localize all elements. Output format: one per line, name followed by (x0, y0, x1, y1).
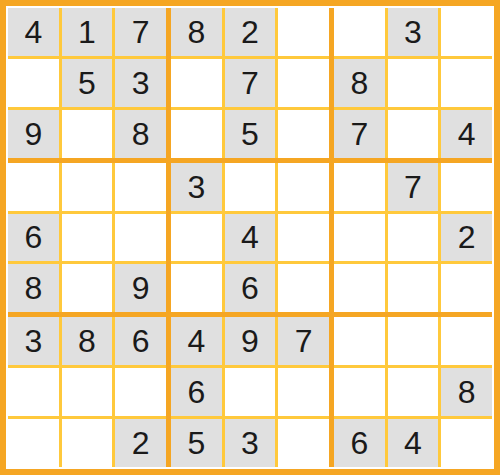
cell-r5c7[interactable] (334, 214, 385, 262)
cell-r7c4: 4 (171, 317, 222, 365)
cell-r1c2: 1 (62, 8, 113, 56)
cell-r4c8: 7 (388, 163, 439, 211)
cell-r9c4: 5 (171, 419, 222, 467)
block-7: 3862 (8, 317, 166, 467)
cell-r9c9[interactable] (441, 419, 492, 467)
cell-r2c2: 5 (62, 59, 113, 107)
cell-r5c4[interactable] (171, 214, 222, 262)
cell-r3c7: 7 (334, 110, 385, 158)
cell-r5c9: 2 (441, 214, 492, 262)
cell-r9c6[interactable] (278, 419, 329, 467)
cell-r7c2: 8 (62, 317, 113, 365)
cell-r1c6[interactable] (278, 8, 329, 56)
cell-r6c9[interactable] (441, 264, 492, 312)
cell-r7c6: 7 (278, 317, 329, 365)
cell-r9c8: 4 (388, 419, 439, 467)
cell-r8c2[interactable] (62, 368, 113, 416)
cell-r3c2[interactable] (62, 110, 113, 158)
cell-r1c9[interactable] (441, 8, 492, 56)
block-3: 3874 (334, 8, 492, 158)
cell-r8c5[interactable] (225, 368, 276, 416)
cell-r7c8[interactable] (388, 317, 439, 365)
cell-r3c6[interactable] (278, 110, 329, 158)
cell-r2c1[interactable] (8, 59, 59, 107)
cell-r9c3: 2 (115, 419, 166, 467)
cell-r4c1[interactable] (8, 163, 59, 211)
cell-r6c7[interactable] (334, 264, 385, 312)
cell-r5c5: 4 (225, 214, 276, 262)
cell-r2c6[interactable] (278, 59, 329, 107)
cell-r6c5: 6 (225, 264, 276, 312)
cell-r6c4[interactable] (171, 264, 222, 312)
cell-r9c7: 6 (334, 419, 385, 467)
cell-r3c8[interactable] (388, 110, 439, 158)
cell-r8c1[interactable] (8, 368, 59, 416)
cell-r9c1[interactable] (8, 419, 59, 467)
cell-r5c1: 6 (8, 214, 59, 262)
cell-r2c8[interactable] (388, 59, 439, 107)
cell-r6c8[interactable] (388, 264, 439, 312)
cell-r8c8[interactable] (388, 368, 439, 416)
cell-r2c7: 8 (334, 59, 385, 107)
cell-r8c9: 8 (441, 368, 492, 416)
cell-r7c1: 3 (8, 317, 59, 365)
cell-r8c3[interactable] (115, 368, 166, 416)
cell-r4c5[interactable] (225, 163, 276, 211)
cell-r4c3[interactable] (115, 163, 166, 211)
cell-r4c4: 3 (171, 163, 222, 211)
cell-r4c7[interactable] (334, 163, 385, 211)
cell-r1c8: 3 (388, 8, 439, 56)
cell-r1c1: 4 (8, 8, 59, 56)
cell-r7c3: 6 (115, 317, 166, 365)
cell-r9c5: 3 (225, 419, 276, 467)
block-6: 72 (334, 163, 492, 313)
cell-r3c9: 4 (441, 110, 492, 158)
block-5: 346 (171, 163, 329, 313)
block-4: 689 (8, 163, 166, 313)
cell-r6c2[interactable] (62, 264, 113, 312)
cell-r6c3: 9 (115, 264, 166, 312)
cell-r4c9[interactable] (441, 163, 492, 211)
cell-r9c2[interactable] (62, 419, 113, 467)
cell-r6c6[interactable] (278, 264, 329, 312)
cell-r1c4: 8 (171, 8, 222, 56)
cell-r2c5: 7 (225, 59, 276, 107)
cell-r1c3: 7 (115, 8, 166, 56)
cell-r7c5: 9 (225, 317, 276, 365)
cell-r8c7[interactable] (334, 368, 385, 416)
cell-r6c1: 8 (8, 264, 59, 312)
cell-r1c7[interactable] (334, 8, 385, 56)
sudoku-board-grid: 417539882753874689346723862497653864 (8, 8, 492, 467)
cell-r2c3: 3 (115, 59, 166, 107)
cell-r2c9[interactable] (441, 59, 492, 107)
cell-r7c7[interactable] (334, 317, 385, 365)
cell-r3c3: 8 (115, 110, 166, 158)
cell-r5c8[interactable] (388, 214, 439, 262)
block-2: 8275 (171, 8, 329, 158)
cell-r2c4[interactable] (171, 59, 222, 107)
cell-r3c1: 9 (8, 110, 59, 158)
cell-r3c5: 5 (225, 110, 276, 158)
cell-r8c4: 6 (171, 368, 222, 416)
cell-r1c5: 2 (225, 8, 276, 56)
cell-r5c6[interactable] (278, 214, 329, 262)
cell-r5c2[interactable] (62, 214, 113, 262)
cell-r3c4[interactable] (171, 110, 222, 158)
sudoku-board: 417539882753874689346723862497653864 (0, 0, 500, 475)
cell-r8c6[interactable] (278, 368, 329, 416)
cell-r5c3[interactable] (115, 214, 166, 262)
cell-r7c9[interactable] (441, 317, 492, 365)
cell-r4c6[interactable] (278, 163, 329, 211)
cell-r4c2[interactable] (62, 163, 113, 211)
block-9: 864 (334, 317, 492, 467)
block-1: 4175398 (8, 8, 166, 158)
block-8: 497653 (171, 317, 329, 467)
